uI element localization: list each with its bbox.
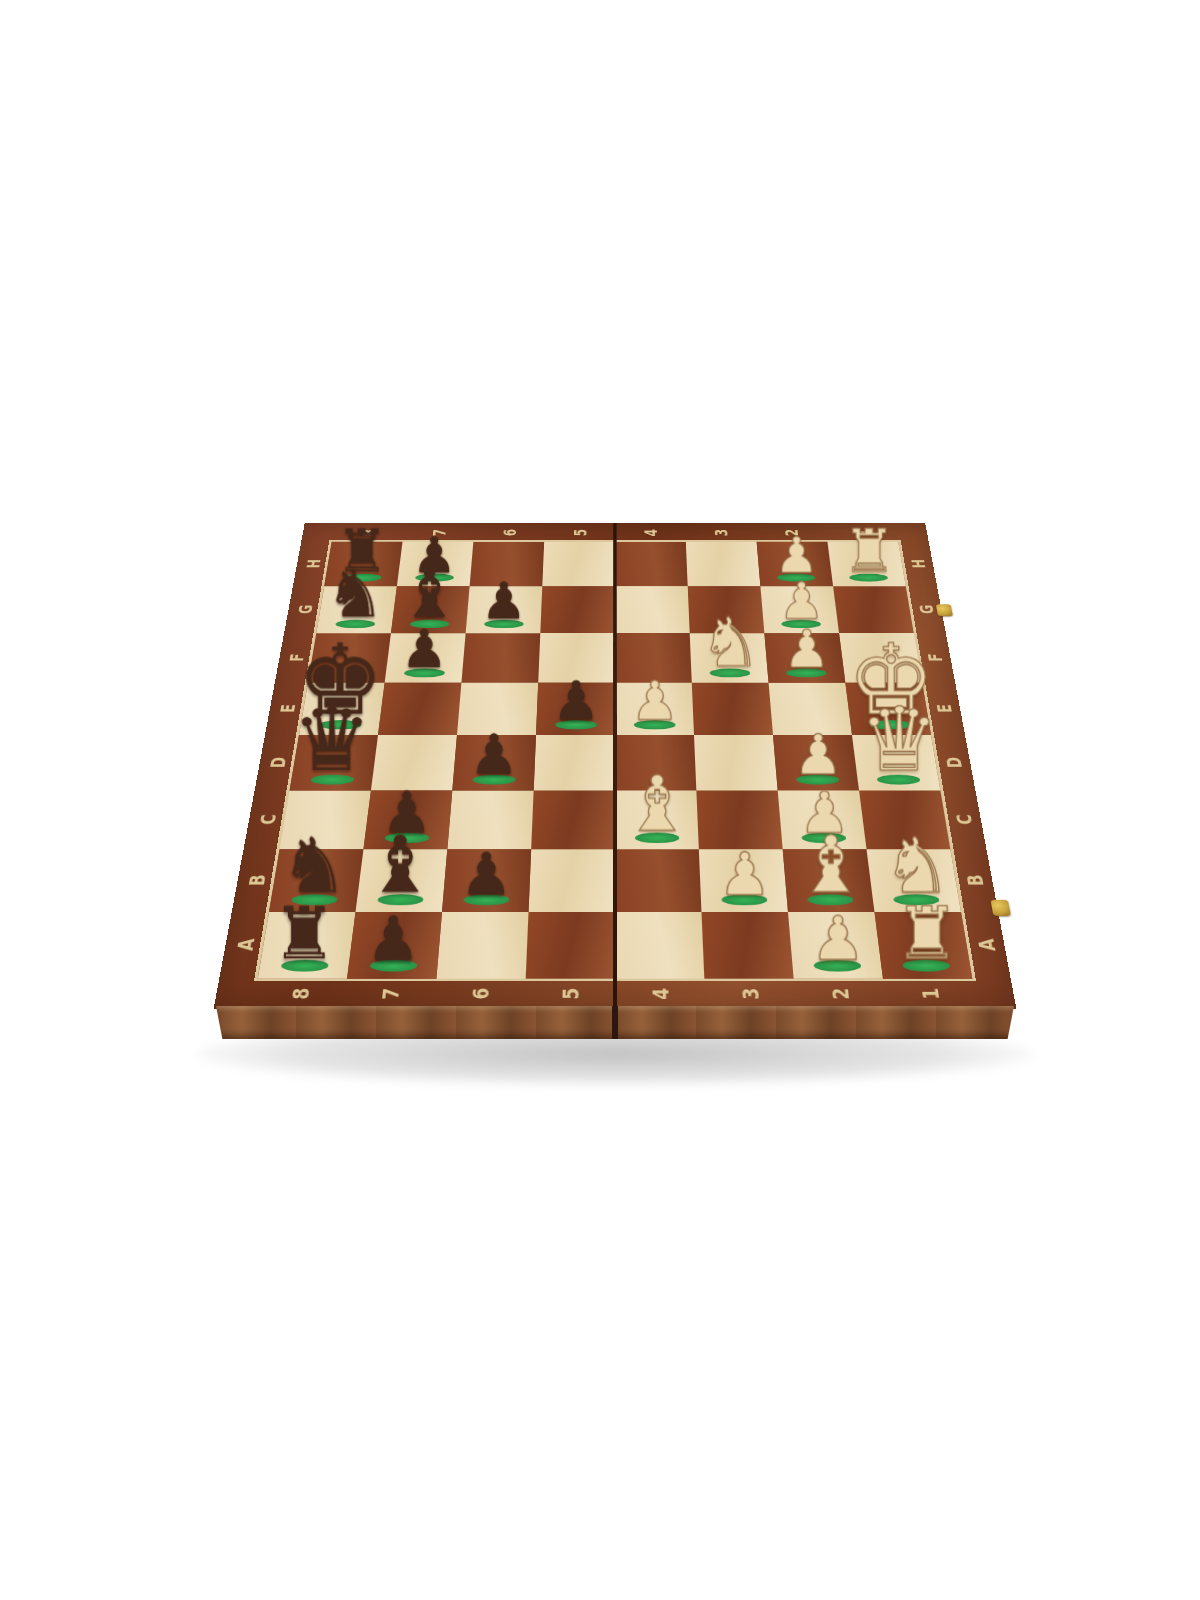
piece-black-rook[interactable]: ♜ — [271, 898, 336, 970]
square-a2[interactable]: ♟ — [788, 912, 883, 979]
piece-black-bishop[interactable]: ♝ — [364, 825, 434, 904]
coordinate-label: F — [256, 647, 336, 668]
square-f2[interactable]: ♟ — [764, 633, 845, 683]
coordinate-label: H — [275, 554, 350, 573]
square-g5[interactable] — [540, 586, 615, 633]
coordinate-label: G — [266, 599, 343, 619]
square-d5[interactable] — [534, 735, 615, 790]
square-f6[interactable] — [461, 633, 540, 683]
square-e7[interactable] — [378, 683, 461, 735]
coordinate-label: 7 — [421, 511, 456, 554]
square-f7[interactable]: ♟ — [385, 633, 466, 683]
piece-black-bishop[interactable]: ♝ — [399, 559, 460, 627]
piece-white-pawn[interactable]: ♟ — [718, 845, 771, 904]
square-b3[interactable]: ♟ — [699, 849, 788, 912]
piece-white-bishop[interactable]: ♝ — [795, 825, 865, 904]
square-a7[interactable]: ♟ — [347, 912, 442, 979]
coordinate-label: 8 — [350, 511, 387, 554]
coordinate-label: F — [895, 647, 975, 668]
square-b5[interactable] — [529, 849, 615, 912]
piece-black-pawn[interactable]: ♟ — [400, 624, 447, 676]
board-front-edge — [216, 1006, 1014, 1039]
piece-white-rook[interactable]: ♜ — [894, 898, 959, 970]
square-d3[interactable] — [694, 735, 778, 790]
square-a1[interactable]: ♜ — [874, 912, 972, 979]
coordinate-label: 6 — [493, 511, 526, 554]
coordinate-label: 4 — [635, 511, 666, 554]
coordinate-label: 3 — [704, 511, 737, 554]
square-a3[interactable] — [701, 912, 793, 979]
square-f3[interactable]: ♞ — [690, 633, 769, 683]
board-scene: 87654321 87654321 HGFEDCBA HGFEDCBA ♜♟♟♜… — [265, 385, 965, 1085]
piece-black-pawn[interactable]: ♟ — [459, 845, 512, 904]
square-d1[interactable]: ♛ — [852, 735, 940, 790]
hinge-seam-front — [612, 1006, 618, 1039]
square-d8[interactable]: ♛ — [290, 735, 378, 790]
piece-white-pawn[interactable]: ♟ — [630, 674, 678, 728]
piece-white-queen[interactable]: ♛ — [859, 695, 938, 783]
square-c5[interactable] — [531, 790, 615, 849]
square-e3[interactable] — [692, 683, 773, 735]
square-a8[interactable]: ♜ — [258, 912, 356, 979]
square-b4[interactable] — [615, 849, 701, 912]
hinge-seam — [613, 523, 618, 1008]
coordinate-label: 5 — [564, 511, 595, 554]
square-d6[interactable]: ♟ — [452, 735, 536, 790]
square-e4[interactable]: ♟ — [615, 683, 694, 735]
square-c4[interactable]: ♝ — [615, 790, 699, 849]
square-a4[interactable] — [615, 912, 704, 979]
square-a6[interactable] — [436, 912, 528, 979]
piece-black-pawn[interactable]: ♟ — [481, 576, 527, 627]
piece-black-pawn[interactable]: ♟ — [552, 674, 600, 728]
piece-black-pawn[interactable]: ♟ — [469, 728, 519, 783]
coordinate-label: H — [880, 554, 955, 573]
coordinate-label: 2 — [774, 511, 809, 554]
square-a5[interactable] — [526, 912, 615, 979]
square-g4[interactable] — [615, 586, 690, 633]
coordinate-label: G — [887, 599, 964, 619]
piece-white-pawn[interactable]: ♟ — [783, 624, 830, 676]
piece-white-knight[interactable]: ♞ — [699, 608, 760, 676]
photo-stage: 87654321 87654321 HGFEDCBA HGFEDCBA ♜♟♟♜… — [0, 0, 1200, 1600]
chess-board: 87654321 87654321 HGFEDCBA HGFEDCBA ♜♟♟♜… — [214, 523, 1017, 1008]
piece-black-pawn[interactable]: ♟ — [365, 909, 420, 970]
square-b6[interactable]: ♟ — [442, 849, 531, 912]
piece-black-queen[interactable]: ♛ — [292, 695, 371, 783]
square-e5[interactable]: ♟ — [536, 683, 615, 735]
square-g6[interactable]: ♟ — [466, 586, 543, 633]
piece-white-pawn[interactable]: ♟ — [810, 909, 865, 970]
piece-white-bishop[interactable]: ♝ — [623, 766, 691, 842]
piece-white-pawn[interactable]: ♟ — [793, 728, 843, 783]
